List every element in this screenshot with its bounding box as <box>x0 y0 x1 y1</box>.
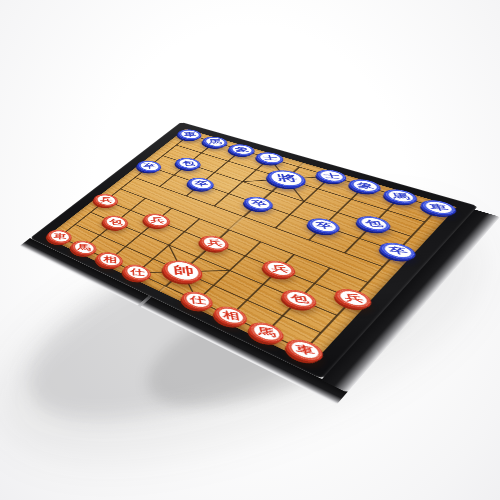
piece-blue-chariot[interactable]: 車 <box>174 127 206 142</box>
piece-red-general[interactable]: 帥 <box>156 256 209 288</box>
piece-character-soldier: 卒 <box>250 199 267 206</box>
piece-red-elephant[interactable]: 相 <box>209 303 253 330</box>
piece-top-face: 馬 <box>382 187 419 205</box>
piece-character-horse: 馬 <box>390 192 411 200</box>
piece-blue-horse[interactable]: 馬 <box>379 187 421 208</box>
piece-character-elephant: 相 <box>103 255 117 264</box>
piece-character-soldier: 卒 <box>143 163 156 169</box>
piece-top-face: 將 <box>264 168 308 190</box>
piece-top-face: 包 <box>101 214 131 231</box>
piece-blue-soldier[interactable]: 卒 <box>133 158 166 174</box>
piece-character-soldier: 卒 <box>387 246 409 255</box>
piece-red-horse[interactable]: 馬 <box>243 318 289 347</box>
piece-red-advisor[interactable]: 仕 <box>176 288 218 314</box>
piece-blue-soldier[interactable]: 卒 <box>239 194 277 214</box>
piece-character-advisor: 仕 <box>130 267 145 276</box>
piece-top-face: 車 <box>419 198 458 217</box>
piece-red-soldier[interactable]: 兵 <box>258 257 301 281</box>
piece-character-horse: 馬 <box>256 326 276 338</box>
piece-red-advisor[interactable]: 仕 <box>118 261 156 284</box>
piece-top-face: 馬 <box>201 135 230 148</box>
fold-seam-notch <box>138 295 152 306</box>
piece-blue-advisor[interactable]: 士 <box>312 167 351 186</box>
piece-top-face: 包 <box>174 156 203 170</box>
piece-top-face: 相 <box>94 250 126 269</box>
piece-top-face: 兵 <box>141 212 172 229</box>
piece-blue-general[interactable]: 將 <box>261 167 312 192</box>
piece-top-face: 仕 <box>121 262 154 282</box>
piece-character-cannon: 包 <box>289 293 310 304</box>
piece-blue-cannon[interactable]: 包 <box>352 213 395 235</box>
piece-top-face: 兵 <box>333 286 374 310</box>
piece-character-general: 將 <box>275 174 298 183</box>
piece-character-soldier: 兵 <box>206 238 223 247</box>
piece-blue-chariot[interactable]: 車 <box>416 197 460 219</box>
piece-character-soldier: 兵 <box>270 264 289 274</box>
piece-top-face: 士 <box>314 168 348 184</box>
piece-top-face: 象 <box>347 177 382 194</box>
piece-red-soldier[interactable]: 兵 <box>89 192 122 210</box>
piece-character-elephant: 相 <box>221 310 240 321</box>
piece-top-face: 車 <box>284 337 326 364</box>
piece-character-advisor: 士 <box>322 172 340 179</box>
piece-red-soldier[interactable]: 兵 <box>330 285 377 312</box>
piece-character-horse: 馬 <box>78 243 91 251</box>
piece-top-face: 仕 <box>179 289 215 312</box>
piece-top-face: 卒 <box>242 195 275 212</box>
piece-red-cannon[interactable]: 包 <box>98 213 133 233</box>
piece-top-face: 兵 <box>261 258 298 279</box>
piece-top-face: 車 <box>176 128 204 141</box>
piece-top-face: 馬 <box>246 320 286 345</box>
piece-character-advisor: 仕 <box>189 295 207 305</box>
piece-top-face: 士 <box>254 151 285 166</box>
piece-character-soldier: 兵 <box>100 196 113 203</box>
piece-character-advisor: 士 <box>262 155 278 161</box>
piece-character-soldier: 卒 <box>194 180 209 187</box>
piece-top-face: 卒 <box>186 176 217 192</box>
piece-character-soldier: 兵 <box>150 216 165 224</box>
piece-blue-soldier[interactable]: 卒 <box>375 239 421 263</box>
piece-character-elephant: 象 <box>234 146 249 152</box>
piece-blue-soldier[interactable]: 卒 <box>303 215 345 237</box>
piece-top-face: 馬 <box>69 239 100 257</box>
piece-top-face: 相 <box>212 304 250 328</box>
piece-character-cannon: 包 <box>181 160 195 166</box>
piece-character-soldier: 卒 <box>314 221 333 229</box>
piece-blue-soldier[interactable]: 卒 <box>183 175 218 193</box>
piece-red-soldier[interactable]: 兵 <box>195 233 234 255</box>
piece-character-chariot: 車 <box>183 132 197 137</box>
piece-top-face: 包 <box>280 287 319 310</box>
scene: 車馬象士士象馬車將包包卒卒卒卒卒兵兵兵兵兵包包帥車馬相仕仕相馬車 <box>0 0 500 500</box>
piece-character-chariot: 車 <box>428 203 450 211</box>
piece-top-face: 卒 <box>306 216 342 235</box>
piece-character-general: 帥 <box>172 264 194 276</box>
piece-blue-elephant[interactable]: 象 <box>224 142 259 158</box>
piece-character-chariot: 車 <box>53 232 66 240</box>
piece-top-face: 包 <box>355 214 393 233</box>
piece-character-horse: 馬 <box>208 139 222 145</box>
piece-red-chariot[interactable]: 車 <box>280 335 328 366</box>
piece-character-soldier: 兵 <box>342 292 364 303</box>
piece-character-chariot: 車 <box>294 343 316 356</box>
piece-top-face: 帥 <box>160 257 207 285</box>
piece-blue-horse[interactable]: 馬 <box>198 135 231 150</box>
piece-blue-advisor[interactable]: 士 <box>252 150 288 167</box>
piece-character-elephant: 象 <box>355 182 374 189</box>
piece-blue-cannon[interactable]: 包 <box>171 156 205 173</box>
piece-top-face: 兵 <box>92 192 121 208</box>
piece-top-face: 車 <box>45 228 74 245</box>
piece-blue-elephant[interactable]: 象 <box>344 177 385 196</box>
piece-top-face: 象 <box>227 143 257 157</box>
piece-character-cannon: 包 <box>109 218 123 225</box>
piece-red-cannon[interactable]: 包 <box>277 286 322 313</box>
piece-top-face: 卒 <box>378 240 418 261</box>
piece-top-face: 兵 <box>197 234 231 253</box>
piece-character-cannon: 包 <box>363 219 384 227</box>
piece-red-soldier[interactable]: 兵 <box>139 211 175 231</box>
piece-top-face: 卒 <box>135 159 163 173</box>
